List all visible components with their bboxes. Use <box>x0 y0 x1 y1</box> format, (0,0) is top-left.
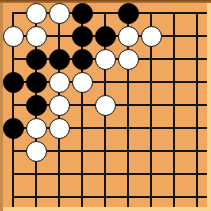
black-stone <box>72 3 93 24</box>
intersection-6-3[interactable] <box>140 71 163 94</box>
intersection-7-7[interactable] <box>163 163 186 186</box>
intersection-1-4[interactable] <box>25 94 48 117</box>
intersection-4-1[interactable] <box>94 25 117 48</box>
white-stone <box>26 141 47 162</box>
intersection-7-3[interactable] <box>163 71 186 94</box>
intersection-3-2[interactable] <box>71 48 94 71</box>
go-board-grid <box>2 2 209 209</box>
intersection-7-2[interactable] <box>163 48 186 71</box>
white-stone <box>118 49 139 70</box>
intersection-1-6[interactable] <box>25 140 48 163</box>
white-stone <box>72 72 93 93</box>
intersection-2-2[interactable] <box>48 48 71 71</box>
intersection-2-3[interactable] <box>48 71 71 94</box>
intersection-3-8[interactable] <box>71 186 94 209</box>
intersection-0-2[interactable] <box>2 48 25 71</box>
intersection-8-1[interactable] <box>186 25 209 48</box>
intersection-6-6[interactable] <box>140 140 163 163</box>
intersection-0-0[interactable] <box>2 2 25 25</box>
black-stone <box>26 72 47 93</box>
intersection-2-4[interactable] <box>48 94 71 117</box>
intersection-3-5[interactable] <box>71 117 94 140</box>
intersection-5-1[interactable] <box>117 25 140 48</box>
intersection-5-2[interactable] <box>117 48 140 71</box>
white-stone <box>118 26 139 47</box>
intersection-2-1[interactable] <box>48 25 71 48</box>
board-edge-top <box>0 0 211 3</box>
white-stone <box>3 26 24 47</box>
board-edge-right <box>207 3 211 211</box>
intersection-5-8[interactable] <box>117 186 140 209</box>
intersection-1-2[interactable] <box>25 48 48 71</box>
intersection-7-8[interactable] <box>163 186 186 209</box>
intersection-6-8[interactable] <box>140 186 163 209</box>
black-stone <box>49 49 70 70</box>
intersection-8-5[interactable] <box>186 117 209 140</box>
go-board <box>0 0 211 211</box>
intersection-2-6[interactable] <box>48 140 71 163</box>
intersection-4-7[interactable] <box>94 163 117 186</box>
intersection-0-6[interactable] <box>2 140 25 163</box>
intersection-4-8[interactable] <box>94 186 117 209</box>
intersection-7-6[interactable] <box>163 140 186 163</box>
intersection-4-0[interactable] <box>94 2 117 25</box>
intersection-5-7[interactable] <box>117 163 140 186</box>
intersection-3-0[interactable] <box>71 2 94 25</box>
white-stone <box>95 49 116 70</box>
intersection-3-3[interactable] <box>71 71 94 94</box>
intersection-4-3[interactable] <box>94 71 117 94</box>
intersection-8-2[interactable] <box>186 48 209 71</box>
intersection-2-7[interactable] <box>48 163 71 186</box>
intersection-3-1[interactable] <box>71 25 94 48</box>
intersection-5-6[interactable] <box>117 140 140 163</box>
intersection-6-7[interactable] <box>140 163 163 186</box>
intersection-0-8[interactable] <box>2 186 25 209</box>
intersection-1-5[interactable] <box>25 117 48 140</box>
intersection-0-1[interactable] <box>2 25 25 48</box>
intersection-2-0[interactable] <box>48 2 71 25</box>
intersection-6-1[interactable] <box>140 25 163 48</box>
intersection-7-0[interactable] <box>163 2 186 25</box>
white-stone <box>49 95 70 116</box>
intersection-0-3[interactable] <box>2 71 25 94</box>
white-stone <box>141 26 162 47</box>
white-stone <box>26 118 47 139</box>
intersection-5-4[interactable] <box>117 94 140 117</box>
white-stone <box>49 72 70 93</box>
intersection-3-7[interactable] <box>71 163 94 186</box>
intersection-1-7[interactable] <box>25 163 48 186</box>
intersection-5-3[interactable] <box>117 71 140 94</box>
intersection-6-4[interactable] <box>140 94 163 117</box>
intersection-0-4[interactable] <box>2 94 25 117</box>
intersection-3-6[interactable] <box>71 140 94 163</box>
white-stone <box>49 118 70 139</box>
intersection-6-2[interactable] <box>140 48 163 71</box>
white-stone <box>95 95 116 116</box>
intersection-8-3[interactable] <box>186 71 209 94</box>
white-stone <box>26 26 47 47</box>
intersection-7-4[interactable] <box>163 94 186 117</box>
intersection-7-5[interactable] <box>163 117 186 140</box>
intersection-8-4[interactable] <box>186 94 209 117</box>
intersection-8-0[interactable] <box>186 2 209 25</box>
intersection-4-2[interactable] <box>94 48 117 71</box>
intersection-6-0[interactable] <box>140 2 163 25</box>
intersection-6-5[interactable] <box>140 117 163 140</box>
intersection-2-8[interactable] <box>48 186 71 209</box>
black-stone <box>72 26 93 47</box>
intersection-8-8[interactable] <box>186 186 209 209</box>
board-edge-left <box>0 3 3 211</box>
board-edge-bottom <box>3 207 207 211</box>
white-stone <box>26 3 47 24</box>
black-stone <box>3 118 24 139</box>
black-stone <box>95 26 116 47</box>
intersection-4-5[interactable] <box>94 117 117 140</box>
intersection-4-6[interactable] <box>94 140 117 163</box>
intersection-1-8[interactable] <box>25 186 48 209</box>
black-stone <box>26 49 47 70</box>
intersection-8-6[interactable] <box>186 140 209 163</box>
intersection-5-0[interactable] <box>117 2 140 25</box>
intersection-5-5[interactable] <box>117 117 140 140</box>
intersection-4-4[interactable] <box>94 94 117 117</box>
intersection-2-5[interactable] <box>48 117 71 140</box>
intersection-8-7[interactable] <box>186 163 209 186</box>
black-stone <box>72 49 93 70</box>
intersection-3-4[interactable] <box>71 94 94 117</box>
black-stone <box>26 95 47 116</box>
black-stone <box>3 72 24 93</box>
black-stone <box>118 3 139 24</box>
intersection-1-0[interactable] <box>25 2 48 25</box>
intersection-0-7[interactable] <box>2 163 25 186</box>
intersection-7-1[interactable] <box>163 25 186 48</box>
intersection-1-1[interactable] <box>25 25 48 48</box>
white-stone <box>49 3 70 24</box>
intersection-0-5[interactable] <box>2 117 25 140</box>
intersection-1-3[interactable] <box>25 71 48 94</box>
